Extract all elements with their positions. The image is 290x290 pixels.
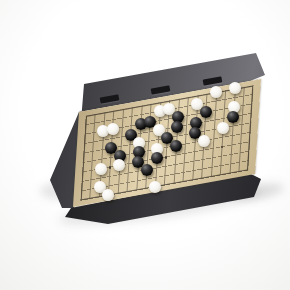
white-stone [95, 163, 107, 175]
black-stone [141, 164, 153, 176]
star-point [165, 156, 168, 159]
black-stone [227, 111, 239, 123]
product-photo-scene [0, 0, 290, 290]
white-stone [149, 181, 161, 193]
white-stone [217, 122, 229, 134]
white-stone [210, 86, 222, 98]
black-stone [171, 121, 183, 133]
white-stone [198, 135, 210, 147]
white-stone [107, 123, 119, 135]
black-stone [200, 106, 212, 118]
white-stone [229, 82, 241, 94]
black-stone [170, 140, 182, 152]
